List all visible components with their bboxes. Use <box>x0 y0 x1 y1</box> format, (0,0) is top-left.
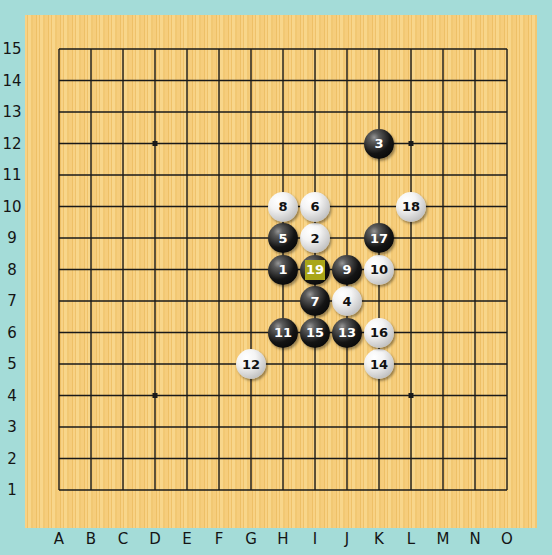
column-label-I: I <box>305 531 325 547</box>
stones-layer: 12345678910111213141516171819 <box>43 33 523 506</box>
column-label-M: M <box>433 531 453 547</box>
stone-black-H9[interactable]: 5 <box>268 223 298 253</box>
row-label-8: 8 <box>2 262 22 278</box>
stone-white-L10[interactable]: 18 <box>396 192 426 222</box>
column-label-D: D <box>145 531 165 547</box>
stone-black-I6[interactable]: 15 <box>300 318 330 348</box>
stone-white-I9[interactable]: 2 <box>300 223 330 253</box>
row-label-3: 3 <box>2 419 22 435</box>
stone-black-J8[interactable]: 9 <box>332 255 362 285</box>
row-label-9: 9 <box>2 230 22 246</box>
column-label-L: L <box>401 531 421 547</box>
column-label-A: A <box>49 531 69 547</box>
row-label-13: 13 <box>2 104 22 120</box>
row-label-2: 2 <box>2 451 22 467</box>
row-label-11: 11 <box>2 167 22 183</box>
row-label-4: 4 <box>2 388 22 404</box>
go-board[interactable]: 12345678910111213141516171819 <box>25 15 537 528</box>
stone-white-I10[interactable]: 6 <box>300 192 330 222</box>
column-label-N: N <box>465 531 485 547</box>
row-label-15: 15 <box>2 41 22 57</box>
last-move-marker: 19 <box>305 260 325 280</box>
stone-black-H8[interactable]: 1 <box>268 255 298 285</box>
stone-white-J7[interactable]: 4 <box>332 286 362 316</box>
row-label-6: 6 <box>2 325 22 341</box>
row-label-14: 14 <box>2 73 22 89</box>
row-label-10: 10 <box>2 199 22 215</box>
stone-white-H10[interactable]: 8 <box>268 192 298 222</box>
go-diagram-page: 12345678910111213141516171819 1514131211… <box>0 0 552 555</box>
stone-black-K9[interactable]: 17 <box>364 223 394 253</box>
column-label-G: G <box>241 531 261 547</box>
column-label-J: J <box>337 531 357 547</box>
column-label-B: B <box>81 531 101 547</box>
column-label-O: O <box>497 531 517 547</box>
column-label-E: E <box>177 531 197 547</box>
stone-black-I7[interactable]: 7 <box>300 286 330 316</box>
stone-white-K5[interactable]: 14 <box>364 349 394 379</box>
column-label-F: F <box>209 531 229 547</box>
stone-white-G5[interactable]: 12 <box>236 349 266 379</box>
column-label-H: H <box>273 531 293 547</box>
stone-black-H6[interactable]: 11 <box>268 318 298 348</box>
stone-black-K12[interactable]: 3 <box>364 129 394 159</box>
column-label-K: K <box>369 531 389 547</box>
row-label-7: 7 <box>2 293 22 309</box>
column-label-C: C <box>113 531 133 547</box>
row-label-1: 1 <box>2 482 22 498</box>
stone-white-K8[interactable]: 10 <box>364 255 394 285</box>
row-label-12: 12 <box>2 136 22 152</box>
stone-black-J6[interactable]: 13 <box>332 318 362 348</box>
row-label-5: 5 <box>2 356 22 372</box>
stone-white-K6[interactable]: 16 <box>364 318 394 348</box>
stone-black-I8[interactable]: 19 <box>300 255 330 285</box>
